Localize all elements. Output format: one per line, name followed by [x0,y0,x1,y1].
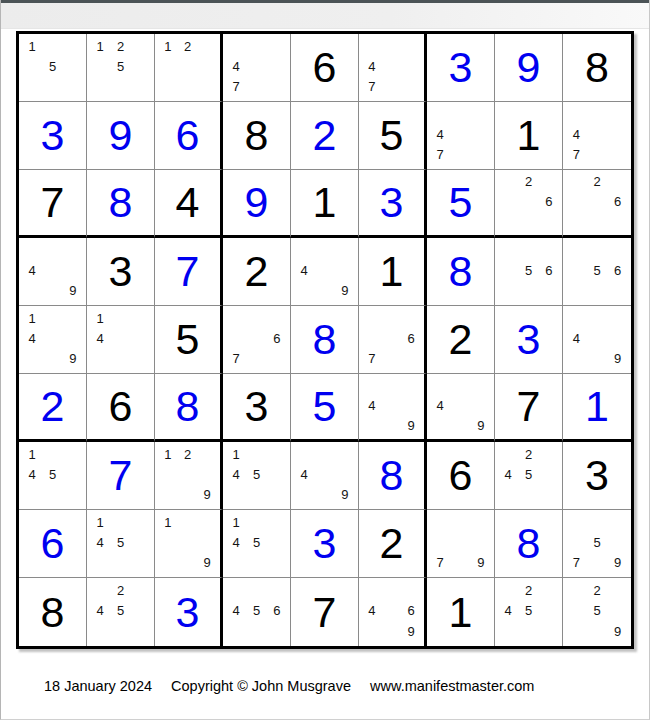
candidate-digit: 1 [158,512,178,532]
cell-value: 3 [41,114,65,157]
candidate-digit: 4 [226,601,246,622]
candidate-digit: 5 [110,601,130,622]
cell-candidates: 145 [223,442,290,509]
cell-r4c4[interactable]: 2 [223,238,291,306]
cell-candidates: 145 [87,510,154,577]
cell-candidates: 469 [359,578,424,646]
cell-value: 5 [380,114,404,157]
cell-r6c2[interactable]: 6 [87,374,155,442]
cell-value: 2 [313,114,337,157]
cell-r1c9[interactable]: 8 [563,34,631,102]
candidate-digit: 5 [110,532,130,552]
candidate-digit: 2 [518,444,538,464]
candidate-digit: 2 [518,172,538,192]
cell-candidates: 47 [563,102,631,169]
candidate-digit: 4 [362,601,382,622]
cell-candidates: 47 [427,102,494,169]
cell-value: 3 [245,385,269,428]
cell-r3c7[interactable]: 5 [427,170,495,238]
cell-r3c8[interactable]: 26 [495,170,563,238]
cell-value: 1 [517,114,541,157]
cell-candidates: 67 [359,306,424,373]
candidate-digit: 9 [197,485,217,505]
cell-r7c9[interactable]: 3 [563,442,631,510]
candidate-digit: 7 [362,77,382,97]
cell-r5c6[interactable]: 67 [359,306,427,374]
cell-value: 9 [245,181,269,224]
footer-copyright: Copyright © John Musgrave [171,678,351,694]
candidate-digit: 4 [22,328,42,348]
candidate-digit: 1 [90,512,110,532]
cell-r9c4[interactable]: 456 [223,578,291,646]
cell-value: 7 [41,181,65,224]
candidate-digit: 9 [63,349,83,369]
candidate-digit: 4 [498,601,518,622]
cell-r5c4[interactable]: 67 [223,306,291,374]
cell-candidates: 49 [563,306,631,373]
candidate-digit: 1 [226,444,246,464]
cell-value: 3 [109,250,133,293]
cell-r9c5[interactable]: 7 [291,578,359,646]
cell-candidates: 14 [87,306,154,373]
cell-candidates: 56 [563,238,631,305]
sudoku-board: 1512512476473983968254714778491352626493… [16,31,634,649]
candidate-digit: 4 [226,464,246,484]
cell-r7c1[interactable]: 145 [19,442,87,510]
cell-value: 1 [313,181,337,224]
candidate-digit: 7 [566,145,587,165]
cell-value: 1 [380,250,404,293]
candidate-digit: 4 [362,56,382,76]
cell-candidates: 145 [19,442,86,509]
candidate-digit: 9 [471,415,491,435]
candidate-digit: 1 [22,444,42,464]
cell-candidates: 79 [427,510,494,577]
cell-r7c5[interactable]: 49 [291,442,359,510]
candidate-digit: 1 [22,308,42,328]
candidate-digit: 2 [587,172,608,192]
cell-r9c1[interactable]: 8 [19,578,87,646]
cell-r9c6[interactable]: 469 [359,578,427,646]
candidate-digit: 2 [518,580,538,601]
candidate-digit: 4 [90,532,110,552]
cell-value: 8 [517,522,541,565]
cell-value: 2 [449,318,473,361]
cell-r2c3[interactable]: 6 [155,102,223,170]
cell-r5c9[interactable]: 49 [563,306,631,374]
candidate-digit: 7 [566,553,587,573]
cell-value: 2 [380,522,404,565]
cell-value: 2 [245,250,269,293]
cell-r8c7[interactable]: 79 [427,510,495,578]
candidate-digit: 4 [294,464,314,484]
cell-r8c5[interactable]: 3 [291,510,359,578]
cell-candidates: 49 [291,238,358,305]
cell-r7c3[interactable]: 129 [155,442,223,510]
candidate-digit: 2 [178,444,198,464]
cell-candidates: 49 [427,374,494,439]
cell-r4c1[interactable]: 49 [19,238,87,306]
cell-value: 5 [449,181,473,224]
candidate-digit: 4 [226,532,246,552]
cell-value: 5 [176,318,200,361]
cell-candidates: 259 [563,578,631,646]
cell-r3c6[interactable]: 3 [359,170,427,238]
cell-value: 3 [380,181,404,224]
cell-r1c5[interactable]: 6 [291,34,359,102]
footer: 18 January 2024 Copyright © John Musgrav… [44,678,534,694]
cell-r5c1[interactable]: 149 [19,306,87,374]
cell-r2c9[interactable]: 47 [563,102,631,170]
cell-value: 3 [313,522,337,565]
cell-value: 3 [449,46,473,89]
candidate-digit: 1 [158,444,178,464]
cell-r1c3[interactable]: 12 [155,34,223,102]
cell-candidates: 245 [495,442,562,509]
cell-value: 6 [176,114,200,157]
candidate-digit: 6 [401,601,421,622]
cell-r8c9[interactable]: 579 [563,510,631,578]
candidate-digit: 4 [498,464,518,484]
cell-candidates: 49 [359,374,424,439]
cell-r5c3[interactable]: 5 [155,306,223,374]
candidate-digit: 6 [267,328,287,348]
cell-r2c1[interactable]: 3 [19,102,87,170]
candidate-digit: 5 [518,601,538,622]
cell-r6c9[interactable]: 1 [563,374,631,442]
cell-candidates: 149 [19,306,86,373]
cell-value: 8 [585,46,609,89]
cell-value: 3 [176,591,200,634]
cell-r6c3[interactable]: 8 [155,374,223,442]
cell-r3c5[interactable]: 1 [291,170,359,238]
candidate-digit: 2 [110,36,130,56]
cell-candidates: 125 [87,34,154,101]
candidate-digit: 5 [246,464,266,484]
cell-r8c3[interactable]: 19 [155,510,223,578]
cell-value: 8 [41,591,65,634]
cell-value: 9 [109,114,133,157]
cell-value: 4 [176,181,200,224]
candidate-digit: 1 [22,36,42,56]
candidate-digit: 7 [226,77,246,97]
cell-candidates: 129 [155,442,220,509]
candidate-digit: 7 [226,349,246,369]
cell-candidates: 145 [223,510,290,577]
cell-r4c7[interactable]: 8 [427,238,495,306]
candidate-digit: 9 [197,553,217,573]
cell-r8c6[interactable]: 2 [359,510,427,578]
candidate-digit: 5 [110,56,130,76]
cell-r2c6[interactable]: 5 [359,102,427,170]
footer-date: 18 January 2024 [44,678,152,694]
cell-r2c2[interactable]: 9 [87,102,155,170]
candidate-digit: 7 [430,553,450,573]
cell-value: 1 [449,591,473,634]
candidate-digit: 5 [587,601,608,622]
cell-r9c8[interactable]: 245 [495,578,563,646]
cell-r1c7[interactable]: 3 [427,34,495,102]
cell-r5c7[interactable]: 2 [427,306,495,374]
cell-r9c3[interactable]: 3 [155,578,223,646]
candidate-digit: 7 [430,145,450,165]
candidate-digit: 9 [607,349,628,369]
cell-candidates: 49 [291,442,358,509]
candidate-digit: 9 [471,553,491,573]
cell-r3c9[interactable]: 26 [563,170,631,238]
candidate-digit: 6 [267,601,287,622]
cell-candidates: 67 [223,306,290,373]
candidate-digit: 4 [294,260,314,280]
cell-value: 9 [517,46,541,89]
cell-r2c7[interactable]: 47 [427,102,495,170]
cell-candidates: 47 [359,34,424,101]
candidate-digit: 7 [362,349,382,369]
candidate-digit: 5 [518,260,538,280]
candidate-digit: 4 [22,464,42,484]
cell-r4c6[interactable]: 1 [359,238,427,306]
cell-value: 6 [41,522,65,565]
cell-r9c2[interactable]: 245 [87,578,155,646]
page: { "game": "sudoku", "position": { "grid_… [0,0,650,720]
cell-r4c5[interactable]: 49 [291,238,359,306]
cell-value: 8 [109,181,133,224]
cell-candidates: 245 [495,578,562,646]
cell-r1c2[interactable]: 125 [87,34,155,102]
cell-r2c8[interactable]: 1 [495,102,563,170]
cell-candidates: 456 [223,578,290,646]
candidate-digit: 2 [110,580,130,601]
candidate-digit: 5 [246,532,266,552]
candidate-digit: 5 [42,56,62,76]
candidate-digit: 1 [226,512,246,532]
cell-value: 8 [176,385,200,428]
candidate-digit: 9 [335,485,355,505]
cell-r4c8[interactable]: 56 [495,238,563,306]
cell-r6c8[interactable]: 7 [495,374,563,442]
cell-value: 6 [449,454,473,497]
candidate-digit: 6 [539,260,559,280]
cell-value: 8 [449,250,473,293]
candidate-digit: 4 [90,328,110,348]
cell-r8c4[interactable]: 145 [223,510,291,578]
footer-website: www.manifestmaster.com [370,678,534,694]
cell-candidates: 15 [19,34,86,101]
cell-value: 7 [313,591,337,634]
candidate-digit: 5 [246,601,266,622]
cell-candidates: 49 [19,238,86,305]
candidate-digit: 9 [401,415,421,435]
cell-r3c4[interactable]: 9 [223,170,291,238]
candidate-digit: 1 [90,308,110,328]
cell-r1c1[interactable]: 15 [19,34,87,102]
candidate-digit: 9 [607,621,628,642]
cell-value: 8 [313,318,337,361]
cell-value: 7 [517,385,541,428]
cell-value: 6 [313,46,337,89]
cell-r4c2[interactable]: 3 [87,238,155,306]
cell-r9c7[interactable]: 1 [427,578,495,646]
cell-r7c4[interactable]: 145 [223,442,291,510]
cell-r3c3[interactable]: 4 [155,170,223,238]
cell-r6c1[interactable]: 2 [19,374,87,442]
candidate-digit: 6 [607,260,628,280]
cell-value: 5 [313,385,337,428]
cell-candidates: 12 [155,34,220,101]
cell-r1c4[interactable]: 47 [223,34,291,102]
cell-r7c2[interactable]: 7 [87,442,155,510]
header-strip [1,3,649,29]
cell-r6c7[interactable]: 49 [427,374,495,442]
cell-r6c4[interactable]: 3 [223,374,291,442]
candidate-digit: 4 [90,601,110,622]
cell-r7c8[interactable]: 245 [495,442,563,510]
candidate-digit: 1 [158,36,178,56]
cell-r2c4[interactable]: 8 [223,102,291,170]
cell-r3c2[interactable]: 8 [87,170,155,238]
cell-r9c9[interactable]: 259 [563,578,631,646]
cell-r8c8[interactable]: 8 [495,510,563,578]
candidate-digit: 2 [178,36,198,56]
cell-r5c2[interactable]: 14 [87,306,155,374]
cell-r5c8[interactable]: 3 [495,306,563,374]
candidate-digit: 4 [430,124,450,144]
cell-value: 6 [109,385,133,428]
cell-value: 7 [109,454,133,497]
candidate-digit: 5 [42,464,62,484]
cell-candidates: 26 [563,170,631,235]
candidate-digit: 5 [587,260,608,280]
candidate-digit: 6 [539,192,559,212]
cell-r8c1[interactable]: 6 [19,510,87,578]
candidate-digit: 4 [22,260,42,280]
cell-value: 3 [585,454,609,497]
candidate-digit: 4 [566,124,587,144]
cell-value: 8 [245,114,269,157]
cell-r6c5[interactable]: 5 [291,374,359,442]
candidate-digit: 2 [587,580,608,601]
cell-r6c6[interactable]: 49 [359,374,427,442]
candidate-digit: 5 [587,532,608,552]
candidate-digit: 4 [566,328,587,348]
cell-r2c5[interactable]: 2 [291,102,359,170]
candidate-digit: 9 [401,621,421,642]
cell-candidates: 26 [495,170,562,235]
candidate-digit: 9 [63,281,83,301]
candidate-digit: 6 [401,328,421,348]
candidate-digit: 5 [518,464,538,484]
cell-r8c2[interactable]: 145 [87,510,155,578]
candidate-digit: 9 [607,553,628,573]
cell-candidates: 19 [155,510,220,577]
cell-value: 8 [380,454,404,497]
cell-r3c1[interactable]: 7 [19,170,87,238]
cell-candidates: 56 [495,238,562,305]
cell-value: 7 [176,250,200,293]
candidate-digit: 9 [335,281,355,301]
cell-value: 2 [41,385,65,428]
candidate-digit: 4 [226,56,246,76]
cell-r5c5[interactable]: 8 [291,306,359,374]
cell-r7c7[interactable]: 6 [427,442,495,510]
cell-r1c6[interactable]: 47 [359,34,427,102]
cell-r4c9[interactable]: 56 [563,238,631,306]
candidate-digit: 6 [607,192,628,212]
candidate-digit: 4 [430,396,450,416]
cell-value: 3 [517,318,541,361]
cell-r4c3[interactable]: 7 [155,238,223,306]
cell-value: 1 [585,385,609,428]
cell-candidates: 579 [563,510,631,577]
cell-candidates: 47 [223,34,290,101]
cell-r7c6[interactable]: 8 [359,442,427,510]
candidate-digit: 1 [90,36,110,56]
candidate-digit: 4 [362,396,382,416]
cell-candidates: 245 [87,578,154,646]
cell-r1c8[interactable]: 9 [495,34,563,102]
